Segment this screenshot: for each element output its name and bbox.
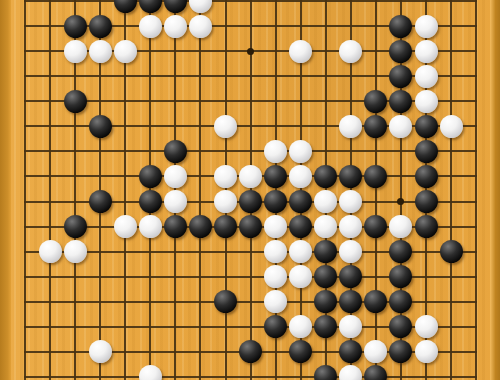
black-stone[interactable] <box>289 340 312 363</box>
black-stone[interactable] <box>389 340 412 363</box>
black-stone[interactable] <box>415 115 438 138</box>
black-stone[interactable] <box>314 240 337 263</box>
black-stone[interactable] <box>364 290 387 313</box>
grid-line-vertical <box>49 0 51 380</box>
grid-line-horizontal <box>24 0 477 2</box>
black-stone[interactable] <box>389 265 412 288</box>
black-stone[interactable] <box>139 0 162 13</box>
white-stone[interactable] <box>364 340 387 363</box>
black-stone[interactable] <box>364 115 387 138</box>
grid-line-vertical <box>24 0 26 380</box>
white-stone[interactable] <box>289 40 312 63</box>
white-stone[interactable] <box>239 165 262 188</box>
black-stone[interactable] <box>389 15 412 38</box>
grid-line-vertical <box>375 0 377 380</box>
black-stone[interactable] <box>389 240 412 263</box>
black-stone[interactable] <box>415 140 438 163</box>
white-stone[interactable] <box>415 40 438 63</box>
white-stone[interactable] <box>289 315 312 338</box>
white-stone[interactable] <box>440 115 463 138</box>
black-stone[interactable] <box>214 290 237 313</box>
white-stone[interactable] <box>415 65 438 88</box>
star-point <box>397 198 404 205</box>
white-stone[interactable] <box>89 40 112 63</box>
white-stone[interactable] <box>415 15 438 38</box>
black-stone[interactable] <box>339 165 362 188</box>
black-stone[interactable] <box>389 90 412 113</box>
black-stone[interactable] <box>164 140 187 163</box>
white-stone[interactable] <box>289 240 312 263</box>
black-stone[interactable] <box>364 365 387 380</box>
black-stone[interactable] <box>440 240 463 263</box>
black-stone[interactable] <box>314 265 337 288</box>
star-point <box>247 48 254 55</box>
black-stone[interactable] <box>289 215 312 238</box>
white-stone[interactable] <box>214 165 237 188</box>
white-stone[interactable] <box>339 365 362 380</box>
black-stone[interactable] <box>264 315 287 338</box>
grid-line-horizontal <box>24 150 477 152</box>
white-stone[interactable] <box>189 15 212 38</box>
white-stone[interactable] <box>264 265 287 288</box>
white-stone[interactable] <box>339 115 362 138</box>
white-stone[interactable] <box>189 0 212 13</box>
black-stone[interactable] <box>389 290 412 313</box>
grid-line-vertical <box>450 0 452 380</box>
white-stone[interactable] <box>39 240 62 263</box>
black-stone[interactable] <box>114 0 137 13</box>
grid-line-horizontal <box>24 376 477 378</box>
black-stone[interactable] <box>64 90 87 113</box>
black-stone[interactable] <box>314 165 337 188</box>
black-stone[interactable] <box>139 165 162 188</box>
board-left-edge <box>0 0 11 380</box>
black-stone[interactable] <box>264 190 287 213</box>
black-stone[interactable] <box>314 290 337 313</box>
white-stone[interactable] <box>89 340 112 363</box>
black-stone[interactable] <box>89 15 112 38</box>
black-stone[interactable] <box>164 215 187 238</box>
black-stone[interactable] <box>164 0 187 13</box>
black-stone[interactable] <box>289 190 312 213</box>
white-stone[interactable] <box>64 240 87 263</box>
board-right-edge <box>490 0 500 380</box>
white-stone[interactable] <box>314 190 337 213</box>
black-stone[interactable] <box>364 215 387 238</box>
black-stone[interactable] <box>239 190 262 213</box>
black-stone[interactable] <box>189 215 212 238</box>
white-stone[interactable] <box>214 115 237 138</box>
black-stone[interactable] <box>389 40 412 63</box>
white-stone[interactable] <box>264 215 287 238</box>
black-stone[interactable] <box>239 215 262 238</box>
white-stone[interactable] <box>264 140 287 163</box>
white-stone[interactable] <box>339 40 362 63</box>
black-stone[interactable] <box>415 215 438 238</box>
white-stone[interactable] <box>289 265 312 288</box>
white-stone[interactable] <box>164 15 187 38</box>
black-stone[interactable] <box>239 340 262 363</box>
white-stone[interactable] <box>289 165 312 188</box>
black-stone[interactable] <box>339 265 362 288</box>
white-stone[interactable] <box>415 340 438 363</box>
white-stone[interactable] <box>164 190 187 213</box>
black-stone[interactable] <box>364 90 387 113</box>
black-stone[interactable] <box>139 190 162 213</box>
white-stone[interactable] <box>339 315 362 338</box>
white-stone[interactable] <box>389 215 412 238</box>
black-stone[interactable] <box>364 165 387 188</box>
black-stone[interactable] <box>314 365 337 380</box>
black-stone[interactable] <box>389 65 412 88</box>
white-stone[interactable] <box>339 240 362 263</box>
white-stone[interactable] <box>389 115 412 138</box>
white-stone[interactable] <box>314 215 337 238</box>
white-stone[interactable] <box>339 215 362 238</box>
black-stone[interactable] <box>339 290 362 313</box>
white-stone[interactable] <box>415 315 438 338</box>
white-stone[interactable] <box>139 365 162 380</box>
black-stone[interactable] <box>214 215 237 238</box>
black-stone[interactable] <box>64 15 87 38</box>
grid-line-vertical <box>199 0 201 380</box>
white-stone[interactable] <box>415 90 438 113</box>
black-stone[interactable] <box>389 315 412 338</box>
white-stone[interactable] <box>139 215 162 238</box>
black-stone[interactable] <box>64 215 87 238</box>
grid-line-vertical <box>475 0 477 380</box>
white-stone[interactable] <box>264 290 287 313</box>
white-stone[interactable] <box>214 190 237 213</box>
white-stone[interactable] <box>339 190 362 213</box>
white-stone[interactable] <box>64 40 87 63</box>
white-stone[interactable] <box>139 15 162 38</box>
black-stone[interactable] <box>314 315 337 338</box>
white-stone[interactable] <box>114 215 137 238</box>
white-stone[interactable] <box>164 165 187 188</box>
white-stone[interactable] <box>114 40 137 63</box>
black-stone[interactable] <box>264 165 287 188</box>
white-stone[interactable] <box>289 140 312 163</box>
white-stone[interactable] <box>264 240 287 263</box>
black-stone[interactable] <box>89 190 112 213</box>
black-stone[interactable] <box>339 340 362 363</box>
black-stone[interactable] <box>415 190 438 213</box>
go-board[interactable] <box>0 0 500 380</box>
black-stone[interactable] <box>89 115 112 138</box>
black-stone[interactable] <box>415 165 438 188</box>
